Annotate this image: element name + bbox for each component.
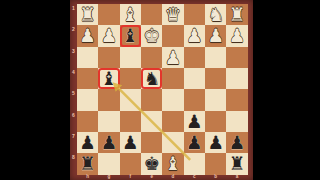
square-a4[interactable] xyxy=(226,68,247,89)
square-e1[interactable] xyxy=(141,4,162,25)
square-h5[interactable] xyxy=(77,89,98,110)
file-label-a: a xyxy=(233,174,241,179)
square-c2[interactable] xyxy=(184,25,205,46)
square-c7[interactable] xyxy=(184,132,205,153)
board-frame: ♜♝♛♞♜♟♟♝♚♟♟♟♟♝♞♟♟♟♟♟♟♟♜♚♝♜ 12345678 hgfe… xyxy=(70,0,253,180)
square-c3[interactable] xyxy=(184,47,205,68)
square-e7[interactable] xyxy=(141,132,162,153)
square-g7[interactable] xyxy=(98,132,119,153)
square-c5[interactable] xyxy=(184,89,205,110)
square-g5[interactable] xyxy=(98,89,119,110)
square-f1[interactable] xyxy=(120,4,141,25)
square-h2[interactable] xyxy=(77,25,98,46)
square-b3[interactable] xyxy=(205,47,226,68)
rank-label-2: 2 xyxy=(71,26,77,32)
square-e5[interactable] xyxy=(141,89,162,110)
rank-label-1: 1 xyxy=(71,5,77,11)
square-e4[interactable] xyxy=(141,68,162,89)
square-b8[interactable] xyxy=(205,153,226,174)
square-e2[interactable] xyxy=(141,25,162,46)
square-f5[interactable] xyxy=(120,89,141,110)
square-f3[interactable] xyxy=(120,47,141,68)
square-d5[interactable] xyxy=(162,89,183,110)
square-h7[interactable] xyxy=(77,132,98,153)
square-a8[interactable] xyxy=(226,153,247,174)
square-f8[interactable] xyxy=(120,153,141,174)
square-h4[interactable] xyxy=(77,68,98,89)
square-a6[interactable] xyxy=(226,111,247,132)
square-d3[interactable] xyxy=(162,47,183,68)
square-g4[interactable] xyxy=(98,68,119,89)
square-d1[interactable] xyxy=(162,4,183,25)
square-g2[interactable] xyxy=(98,25,119,46)
rank-label-3: 3 xyxy=(71,48,77,54)
square-d7[interactable] xyxy=(162,132,183,153)
square-c8[interactable] xyxy=(184,153,205,174)
square-b6[interactable] xyxy=(205,111,226,132)
file-label-d: d xyxy=(169,174,177,179)
square-f6[interactable] xyxy=(120,111,141,132)
square-f7[interactable] xyxy=(120,132,141,153)
square-e8[interactable] xyxy=(141,153,162,174)
rank-label-4: 4 xyxy=(71,69,77,75)
square-b4[interactable] xyxy=(205,68,226,89)
chess-board xyxy=(77,4,248,175)
rank-label-5: 5 xyxy=(71,90,77,96)
square-b2[interactable] xyxy=(205,25,226,46)
file-label-h: h xyxy=(84,174,92,179)
square-c6[interactable] xyxy=(184,111,205,132)
square-b5[interactable] xyxy=(205,89,226,110)
square-d8[interactable] xyxy=(162,153,183,174)
square-a2[interactable] xyxy=(226,25,247,46)
video-frame: ♜♝♛♞♜♟♟♝♚♟♟♟♟♝♞♟♟♟♟♟♟♟♜♚♝♜ 12345678 hgfe… xyxy=(0,0,320,180)
square-c1[interactable] xyxy=(184,4,205,25)
square-h6[interactable] xyxy=(77,111,98,132)
square-f4[interactable] xyxy=(120,68,141,89)
square-e6[interactable] xyxy=(141,111,162,132)
file-label-g: g xyxy=(105,174,113,179)
square-b7[interactable] xyxy=(205,132,226,153)
square-d6[interactable] xyxy=(162,111,183,132)
file-label-c: c xyxy=(190,174,198,179)
square-c4[interactable] xyxy=(184,68,205,89)
file-label-e: e xyxy=(148,174,156,179)
rank-label-7: 7 xyxy=(71,133,77,139)
square-d2[interactable] xyxy=(162,25,183,46)
square-h1[interactable] xyxy=(77,4,98,25)
square-g8[interactable] xyxy=(98,153,119,174)
square-h8[interactable] xyxy=(77,153,98,174)
square-a5[interactable] xyxy=(226,89,247,110)
square-a7[interactable] xyxy=(226,132,247,153)
square-a1[interactable] xyxy=(226,4,247,25)
square-f2[interactable] xyxy=(120,25,141,46)
rank-label-8: 8 xyxy=(71,154,77,160)
rank-label-6: 6 xyxy=(71,112,77,118)
square-e3[interactable] xyxy=(141,47,162,68)
file-label-b: b xyxy=(212,174,220,179)
square-a3[interactable] xyxy=(226,47,247,68)
square-h3[interactable] xyxy=(77,47,98,68)
square-g6[interactable] xyxy=(98,111,119,132)
file-label-f: f xyxy=(126,174,134,179)
square-d4[interactable] xyxy=(162,68,183,89)
square-g3[interactable] xyxy=(98,47,119,68)
square-b1[interactable] xyxy=(205,4,226,25)
square-g1[interactable] xyxy=(98,4,119,25)
